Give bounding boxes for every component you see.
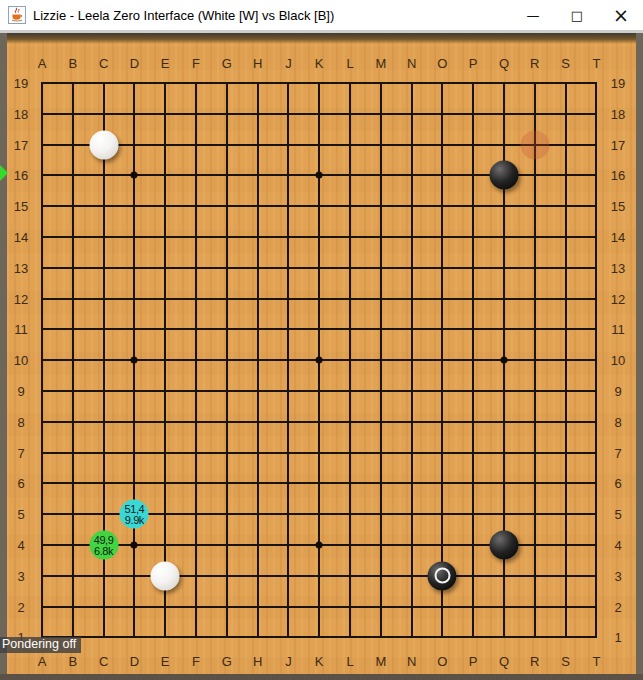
suggestion-winrate: 49,9 [94, 535, 114, 546]
row-label-left-4: 4 [17, 538, 24, 553]
col-label-top-B: B [68, 56, 77, 71]
row-label-left-3: 3 [17, 568, 24, 583]
row-label-right-14: 14 [611, 230, 625, 245]
row-label-left-8: 8 [17, 414, 24, 429]
go-board[interactable]: AABBCCDDEEFFGGHHJJKKLLMMNNOOPPQQRRSSTT19… [0, 33, 643, 680]
row-label-right-1: 1 [614, 630, 621, 645]
close-button[interactable]: × [599, 0, 643, 30]
col-label-bottom-E: E [161, 654, 170, 669]
col-label-top-C: C [99, 56, 108, 71]
grid-line [595, 82, 597, 638]
grid-layer: AABBCCDDEEFFGGHHJJKKLLMMNNOOPPQQRRSSTT19… [0, 33, 643, 680]
suggestion-winrate: 51,4 [124, 504, 144, 515]
col-label-bottom-N: N [407, 654, 416, 669]
app-window: Lizzie - Leela Zero Interface (White [W]… [0, 0, 643, 680]
row-label-left-7: 7 [17, 445, 24, 460]
col-label-bottom-H: H [253, 654, 262, 669]
grid-line [472, 82, 474, 638]
row-label-right-8: 8 [614, 414, 621, 429]
suggestion-visits: 6.8k [94, 545, 113, 556]
titlebar: Lizzie - Leela Zero Interface (White [W]… [0, 0, 643, 30]
star-point [316, 542, 323, 549]
col-label-top-G: G [222, 56, 232, 71]
star-point [131, 542, 138, 549]
grid-line [41, 390, 597, 392]
row-label-right-13: 13 [611, 260, 625, 275]
row-label-right-19: 19 [611, 76, 625, 91]
col-label-top-M: M [375, 56, 386, 71]
row-label-left-5: 5 [17, 507, 24, 522]
grid-line [565, 82, 567, 638]
row-label-left-13: 13 [14, 260, 28, 275]
star-point [131, 357, 138, 364]
col-label-bottom-G: G [222, 654, 232, 669]
row-label-left-10: 10 [14, 353, 28, 368]
stone-white-c17 [89, 130, 118, 159]
row-label-right-18: 18 [611, 106, 625, 121]
col-label-top-F: F [192, 56, 200, 71]
col-label-bottom-R: R [530, 654, 539, 669]
grid-line [41, 452, 597, 454]
col-label-top-H: H [253, 56, 262, 71]
row-label-right-16: 16 [611, 168, 625, 183]
col-label-top-K: K [315, 56, 324, 71]
row-label-left-18: 18 [14, 106, 28, 121]
left-edge-marker-icon [0, 165, 8, 181]
grid-line [411, 82, 413, 638]
col-label-bottom-F: F [192, 654, 200, 669]
col-label-top-O: O [437, 56, 447, 71]
star-point [316, 172, 323, 179]
col-label-top-Q: Q [499, 56, 509, 71]
star-point [501, 357, 508, 364]
grid-line [41, 575, 597, 577]
row-label-right-12: 12 [611, 291, 625, 306]
row-label-left-9: 9 [17, 384, 24, 399]
stone-white-e3 [151, 561, 180, 590]
maximize-button[interactable]: □ [555, 0, 599, 30]
col-label-top-E: E [161, 56, 170, 71]
grid-line [41, 421, 597, 423]
col-label-top-N: N [407, 56, 416, 71]
row-label-left-6: 6 [17, 476, 24, 491]
last-move-marker [434, 568, 450, 584]
star-point [316, 357, 323, 364]
row-label-left-14: 14 [14, 230, 28, 245]
col-label-top-T: T [592, 56, 600, 71]
suggestion-visits: 9.9k [125, 514, 144, 525]
grid-line [441, 82, 443, 638]
col-label-bottom-K: K [315, 654, 324, 669]
grid-line [380, 82, 382, 638]
row-label-left-15: 15 [14, 199, 28, 214]
stone-black-q4 [490, 531, 519, 560]
suggestion-c4[interactable]: 49,96.8k [89, 531, 118, 560]
star-point [131, 172, 138, 179]
row-label-left-12: 12 [14, 291, 28, 306]
col-label-top-S: S [561, 56, 570, 71]
col-label-top-P: P [469, 56, 478, 71]
window-controls: — □ × [511, 0, 643, 30]
col-label-top-L: L [346, 56, 353, 71]
col-label-bottom-A: A [38, 654, 47, 669]
row-label-right-17: 17 [611, 137, 625, 152]
row-label-right-5: 5 [614, 507, 621, 522]
col-label-top-J: J [285, 56, 292, 71]
row-label-left-19: 19 [14, 76, 28, 91]
suggestion-d5[interactable]: 51,49.9k [120, 500, 149, 529]
col-label-bottom-D: D [130, 654, 139, 669]
stone-black-o3 [428, 561, 457, 590]
row-label-right-3: 3 [614, 568, 621, 583]
stone-black-q16 [490, 161, 519, 190]
row-label-left-17: 17 [14, 137, 28, 152]
col-label-bottom-O: O [437, 654, 447, 669]
col-label-top-A: A [38, 56, 47, 71]
pondering-status: Pondering off [0, 637, 81, 653]
grid-line [534, 82, 536, 638]
col-label-bottom-B: B [68, 654, 77, 669]
grid-line [41, 636, 597, 638]
row-label-left-11: 11 [14, 322, 28, 337]
col-label-top-D: D [130, 56, 139, 71]
row-label-left-2: 2 [17, 599, 24, 614]
row-label-left-16: 16 [14, 168, 28, 183]
row-label-right-7: 7 [614, 445, 621, 460]
row-label-right-10: 10 [611, 353, 625, 368]
window-title: Lizzie - Leela Zero Interface (White [W]… [33, 8, 334, 23]
col-label-bottom-Q: Q [499, 654, 509, 669]
col-label-bottom-P: P [469, 654, 478, 669]
grid-line [349, 82, 351, 638]
col-label-bottom-L: L [346, 654, 353, 669]
java-icon [8, 6, 26, 24]
col-label-bottom-J: J [285, 654, 292, 669]
row-label-right-4: 4 [614, 538, 621, 553]
minimize-button[interactable]: — [511, 0, 555, 30]
row-label-right-15: 15 [611, 199, 625, 214]
suggestion-r17[interactable] [520, 130, 549, 159]
row-label-right-9: 9 [614, 384, 621, 399]
col-label-bottom-M: M [375, 654, 386, 669]
col-label-top-R: R [530, 56, 539, 71]
col-label-bottom-C: C [99, 654, 108, 669]
col-label-bottom-T: T [592, 654, 600, 669]
grid-line [41, 482, 597, 484]
col-label-bottom-S: S [561, 654, 570, 669]
row-label-right-2: 2 [614, 599, 621, 614]
grid-line [41, 606, 597, 608]
row-label-right-11: 11 [611, 322, 625, 337]
row-label-right-6: 6 [614, 476, 621, 491]
